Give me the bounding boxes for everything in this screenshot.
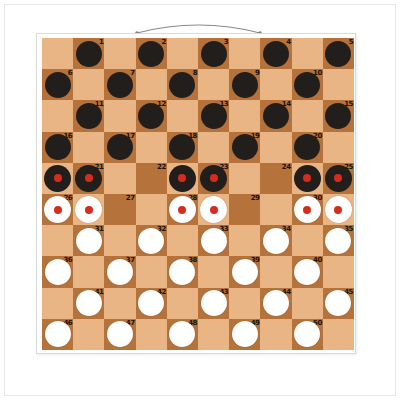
white-piece-red-center[interactable] bbox=[169, 196, 196, 223]
square-42[interactable]: 42 bbox=[136, 288, 167, 319]
red-center-dot bbox=[178, 206, 186, 214]
square-3[interactable]: 3 bbox=[198, 38, 229, 69]
light-square bbox=[167, 225, 198, 256]
square-number: 29 bbox=[251, 194, 260, 203]
red-center-dot bbox=[303, 206, 311, 214]
light-square bbox=[260, 256, 291, 287]
square-19[interactable]: 19 bbox=[229, 132, 260, 163]
white-piece-red-center[interactable] bbox=[75, 196, 102, 223]
light-square bbox=[104, 100, 135, 131]
red-center-dot bbox=[85, 206, 93, 214]
square-16[interactable]: 16 bbox=[42, 132, 73, 163]
light-square bbox=[73, 256, 104, 287]
square-22[interactable]: 22 bbox=[136, 163, 167, 194]
light-square bbox=[229, 288, 260, 319]
square-27[interactable]: 27 bbox=[104, 194, 135, 225]
black-piece[interactable] bbox=[325, 41, 351, 67]
light-square bbox=[104, 288, 135, 319]
square-18[interactable]: 18 bbox=[167, 132, 198, 163]
black-piece[interactable] bbox=[263, 41, 289, 67]
square-28[interactable]: 28 bbox=[167, 194, 198, 225]
black-piece[interactable] bbox=[76, 103, 102, 129]
light-square bbox=[136, 194, 167, 225]
square-14[interactable]: 14 bbox=[260, 100, 291, 131]
light-square[interactable] bbox=[323, 194, 354, 225]
white-piece[interactable] bbox=[325, 228, 351, 254]
square-32[interactable]: 32 bbox=[136, 225, 167, 256]
square-26[interactable]: 26 bbox=[42, 194, 73, 225]
white-piece[interactable] bbox=[107, 321, 133, 347]
white-piece[interactable] bbox=[169, 321, 195, 347]
light-square bbox=[323, 132, 354, 163]
black-piece[interactable] bbox=[45, 72, 71, 98]
light-square bbox=[323, 256, 354, 287]
square-number: 22 bbox=[157, 163, 166, 172]
light-square[interactable] bbox=[42, 163, 73, 194]
black-piece[interactable] bbox=[294, 72, 320, 98]
light-square bbox=[229, 163, 260, 194]
square-34[interactable]: 34 bbox=[260, 225, 291, 256]
light-square bbox=[198, 69, 229, 100]
light-square bbox=[260, 194, 291, 225]
light-square bbox=[198, 319, 229, 350]
light-square bbox=[292, 38, 323, 69]
red-center-dot bbox=[334, 174, 342, 182]
light-square bbox=[136, 69, 167, 100]
square-number: 4 bbox=[286, 38, 290, 47]
square-10[interactable]: 10 bbox=[292, 69, 323, 100]
light-square bbox=[292, 225, 323, 256]
square-31[interactable]: 31 bbox=[73, 225, 104, 256]
black-piece[interactable] bbox=[325, 103, 351, 129]
square-number: 2 bbox=[161, 38, 165, 47]
white-piece-red-center[interactable] bbox=[44, 196, 71, 223]
light-square bbox=[73, 132, 104, 163]
white-piece[interactable] bbox=[201, 228, 227, 254]
black-piece[interactable] bbox=[107, 134, 133, 160]
light-square bbox=[136, 132, 167, 163]
black-piece-red-center[interactable] bbox=[325, 165, 352, 192]
light-square bbox=[42, 38, 73, 69]
light-square bbox=[104, 163, 135, 194]
black-piece-red-center[interactable] bbox=[44, 165, 71, 192]
square-45[interactable]: 45 bbox=[323, 288, 354, 319]
white-piece[interactable] bbox=[138, 228, 164, 254]
light-square bbox=[323, 69, 354, 100]
square-13[interactable]: 13 bbox=[198, 100, 229, 131]
square-50[interactable]: 50 bbox=[292, 319, 323, 350]
square-number: 27 bbox=[126, 194, 135, 203]
square-1[interactable]: 1 bbox=[73, 38, 104, 69]
square-7[interactable]: 7 bbox=[104, 69, 135, 100]
light-square bbox=[136, 319, 167, 350]
square-39[interactable]: 39 bbox=[229, 256, 260, 287]
light-square bbox=[73, 69, 104, 100]
light-square bbox=[323, 319, 354, 350]
white-piece-red-center[interactable] bbox=[200, 196, 227, 223]
light-square bbox=[229, 38, 260, 69]
white-piece[interactable] bbox=[263, 290, 289, 316]
light-square bbox=[292, 100, 323, 131]
white-piece[interactable] bbox=[45, 259, 71, 285]
square-number: 8 bbox=[193, 69, 197, 78]
black-piece-red-center[interactable] bbox=[169, 165, 196, 192]
black-piece[interactable] bbox=[169, 134, 195, 160]
black-piece[interactable] bbox=[201, 103, 227, 129]
square-30[interactable]: 30 bbox=[292, 194, 323, 225]
red-center-dot bbox=[54, 174, 62, 182]
black-piece[interactable] bbox=[201, 41, 227, 67]
square-49[interactable]: 49 bbox=[229, 319, 260, 350]
white-piece-red-center[interactable] bbox=[294, 196, 321, 223]
square-36[interactable]: 36 bbox=[42, 256, 73, 287]
light-square bbox=[104, 38, 135, 69]
square-number: 24 bbox=[282, 163, 291, 172]
light-square bbox=[198, 132, 229, 163]
square-29[interactable]: 29 bbox=[229, 194, 260, 225]
square-43[interactable]: 43 bbox=[198, 288, 229, 319]
square-37[interactable]: 37 bbox=[104, 256, 135, 287]
square-40[interactable]: 40 bbox=[292, 256, 323, 287]
white-piece[interactable] bbox=[138, 290, 164, 316]
light-square bbox=[42, 225, 73, 256]
square-23[interactable]: 23 bbox=[198, 163, 229, 194]
square-41[interactable]: 41 bbox=[73, 288, 104, 319]
black-piece[interactable] bbox=[294, 134, 320, 160]
black-piece[interactable] bbox=[76, 41, 102, 67]
square-15[interactable]: 15 bbox=[323, 100, 354, 131]
light-square bbox=[136, 256, 167, 287]
black-piece[interactable] bbox=[169, 72, 195, 98]
light-square bbox=[104, 225, 135, 256]
white-piece[interactable] bbox=[76, 290, 102, 316]
light-square bbox=[73, 319, 104, 350]
light-square bbox=[229, 100, 260, 131]
square-11[interactable]: 11 bbox=[73, 100, 104, 131]
white-piece[interactable] bbox=[201, 290, 227, 316]
square-33[interactable]: 33 bbox=[198, 225, 229, 256]
square-38[interactable]: 38 bbox=[167, 256, 198, 287]
square-48[interactable]: 48 bbox=[167, 319, 198, 350]
square-46[interactable]: 46 bbox=[42, 319, 73, 350]
square-4[interactable]: 4 bbox=[260, 38, 291, 69]
square-25[interactable]: 25 bbox=[323, 163, 354, 194]
light-square bbox=[167, 38, 198, 69]
white-piece[interactable] bbox=[169, 259, 195, 285]
square-47[interactable]: 47 bbox=[104, 319, 135, 350]
light-square[interactable] bbox=[167, 163, 198, 194]
square-21[interactable]: 21 bbox=[73, 163, 104, 194]
square-number: 7 bbox=[130, 69, 134, 78]
square-9[interactable]: 9 bbox=[229, 69, 260, 100]
light-square bbox=[42, 288, 73, 319]
white-piece[interactable] bbox=[294, 259, 320, 285]
square-12[interactable]: 12 bbox=[136, 100, 167, 131]
red-center-dot bbox=[210, 206, 218, 214]
white-piece[interactable] bbox=[107, 259, 133, 285]
red-center-dot bbox=[54, 206, 62, 214]
black-piece[interactable] bbox=[232, 72, 258, 98]
light-square bbox=[260, 69, 291, 100]
light-square bbox=[42, 100, 73, 131]
light-square bbox=[260, 132, 291, 163]
square-24[interactable]: 24 bbox=[260, 163, 291, 194]
light-square bbox=[167, 288, 198, 319]
white-piece[interactable] bbox=[325, 290, 351, 316]
light-square[interactable] bbox=[73, 194, 104, 225]
draughts-board: 1234567891011121314151617181920212223242… bbox=[42, 38, 354, 350]
white-piece[interactable] bbox=[76, 228, 102, 254]
square-6[interactable]: 6 bbox=[42, 69, 73, 100]
square-44[interactable]: 44 bbox=[260, 288, 291, 319]
square-8[interactable]: 8 bbox=[167, 69, 198, 100]
light-square bbox=[292, 288, 323, 319]
black-piece[interactable] bbox=[45, 134, 71, 160]
white-piece[interactable] bbox=[45, 321, 71, 347]
black-piece[interactable] bbox=[263, 103, 289, 129]
light-square bbox=[167, 100, 198, 131]
black-piece-red-center[interactable] bbox=[200, 165, 227, 192]
square-20[interactable]: 20 bbox=[292, 132, 323, 163]
red-center-dot bbox=[303, 174, 311, 182]
square-2[interactable]: 2 bbox=[136, 38, 167, 69]
light-square[interactable] bbox=[292, 163, 323, 194]
white-piece[interactable] bbox=[263, 228, 289, 254]
square-17[interactable]: 17 bbox=[104, 132, 135, 163]
black-piece[interactable] bbox=[138, 103, 164, 129]
black-piece[interactable] bbox=[232, 134, 258, 160]
light-square bbox=[260, 319, 291, 350]
red-center-dot bbox=[178, 174, 186, 182]
black-piece[interactable] bbox=[138, 41, 164, 67]
white-piece[interactable] bbox=[232, 321, 258, 347]
light-square bbox=[229, 225, 260, 256]
square-35[interactable]: 35 bbox=[323, 225, 354, 256]
white-piece-red-center[interactable] bbox=[325, 196, 352, 223]
black-piece[interactable] bbox=[107, 72, 133, 98]
square-5[interactable]: 5 bbox=[323, 38, 354, 69]
light-square bbox=[198, 256, 229, 287]
white-piece[interactable] bbox=[294, 321, 320, 347]
light-square[interactable] bbox=[198, 194, 229, 225]
red-center-dot bbox=[85, 174, 93, 182]
black-piece-red-center[interactable] bbox=[294, 165, 321, 192]
white-piece[interactable] bbox=[232, 259, 258, 285]
black-piece-red-center[interactable] bbox=[75, 165, 102, 192]
square-number: 5 bbox=[349, 38, 353, 47]
red-center-dot bbox=[210, 174, 218, 182]
red-center-dot bbox=[334, 206, 342, 214]
